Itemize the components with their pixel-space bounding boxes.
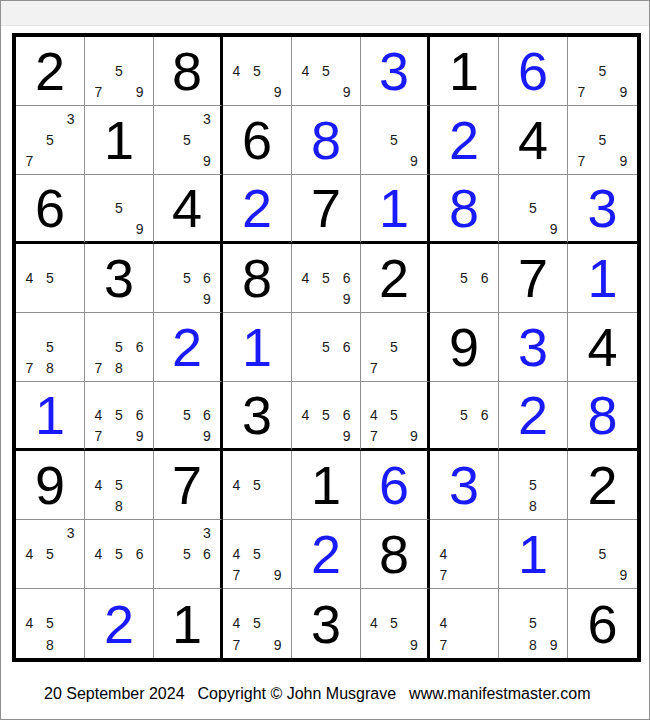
candidate-empty-slot: [109, 565, 130, 586]
solved-digit: 2: [242, 181, 272, 235]
cell-r2c9[interactable]: 579: [568, 106, 637, 175]
candidate-digit-5: 5: [40, 336, 61, 357]
candidate-digit-9: 9: [613, 565, 634, 586]
candidate-empty-slot: [177, 425, 197, 446]
candidate-digit-3: 3: [197, 108, 217, 129]
cell-r3c6[interactable]: 1: [361, 175, 430, 244]
candidate-digit-9: 9: [543, 634, 564, 656]
solved-digit: 1: [242, 320, 272, 374]
cell-r9c2[interactable]: 2: [85, 589, 154, 658]
candidate-empty-slot: [295, 336, 316, 357]
candidate-empty-slot: [19, 246, 40, 267]
candidate-empty-slot: [592, 39, 613, 60]
candidate-digit-9: 9: [404, 151, 424, 172]
candidate-digit-5: 5: [40, 543, 61, 564]
solved-digit: 3: [449, 458, 479, 512]
candidate-empty-slot: [109, 218, 130, 239]
cell-r1c1[interactable]: 2: [16, 37, 85, 106]
candidates: 59: [361, 106, 427, 174]
candidate-empty-slot: [454, 289, 475, 310]
candidate-empty-slot: [543, 591, 564, 613]
cell-r1c6[interactable]: 3: [361, 37, 430, 106]
candidate-empty-slot: [247, 634, 268, 656]
candidate-empty-slot: [474, 591, 495, 613]
candidate-digit-5: 5: [454, 267, 475, 288]
candidate-empty-slot: [40, 108, 61, 129]
candidate-empty-slot: [384, 358, 404, 379]
candidate-empty-slot: [60, 267, 81, 288]
candidate-digit-4: 4: [88, 474, 109, 495]
candidate-empty-slot: [88, 453, 109, 474]
candidate-digit-5: 5: [384, 405, 404, 426]
candidates: 56: [292, 313, 360, 381]
candidate-empty-slot: [571, 565, 592, 586]
cell-r6c2[interactable]: 45679: [85, 382, 154, 451]
cell-r9c9[interactable]: 6: [568, 589, 637, 658]
cell-r4c9[interactable]: 1: [568, 244, 637, 313]
cell-r6c8[interactable]: 2: [499, 382, 568, 451]
solved-digit: 1: [518, 527, 548, 581]
cell-r8c2[interactable]: 456: [85, 520, 154, 589]
cell-r5c1[interactable]: 578: [16, 313, 85, 382]
candidate-empty-slot: [364, 151, 384, 172]
candidate-digit-7: 7: [88, 82, 109, 103]
candidate-digit-7: 7: [571, 151, 592, 172]
candidate-empty-slot: [60, 129, 81, 150]
candidate-digit-9: 9: [336, 289, 357, 310]
cell-r5c9[interactable]: 4: [568, 313, 637, 382]
given-digit: 8: [242, 251, 272, 305]
candidate-empty-slot: [433, 405, 454, 426]
candidate-digit-5: 5: [523, 613, 544, 635]
candidate-digit-7: 7: [571, 82, 592, 103]
candidate-digit-5: 5: [109, 60, 130, 81]
candidate-empty-slot: [88, 60, 109, 81]
candidate-empty-slot: [502, 177, 523, 198]
candidate-empty-slot: [474, 634, 495, 656]
cell-r4c6[interactable]: 2: [361, 244, 430, 313]
candidate-empty-slot: [336, 358, 357, 379]
candidate-empty-slot: [226, 522, 247, 543]
cell-r7c5[interactable]: 1: [292, 451, 361, 520]
candidate-empty-slot: [19, 129, 40, 150]
candidate-digit-9: 9: [613, 151, 634, 172]
solved-digit: 1: [587, 251, 617, 305]
candidate-empty-slot: [364, 315, 384, 336]
candidate-empty-slot: [543, 496, 564, 517]
candidate-empty-slot: [404, 129, 424, 150]
given-digit: 1: [104, 113, 134, 167]
candidate-digit-6: 6: [129, 336, 150, 357]
candidate-digit-9: 9: [543, 218, 564, 239]
candidate-empty-slot: [19, 336, 40, 357]
candidate-empty-slot: [247, 522, 268, 543]
cell-r9c5[interactable]: 3: [292, 589, 361, 658]
candidate-digit-4: 4: [88, 543, 109, 564]
candidate-digit-6: 6: [129, 405, 150, 426]
candidate-empty-slot: [157, 425, 177, 446]
solved-digit: 1: [379, 181, 409, 235]
candidate-empty-slot: [129, 60, 150, 81]
cell-r1c5[interactable]: 459: [292, 37, 361, 106]
candidates: 356: [154, 520, 220, 588]
cell-r5c3[interactable]: 2: [154, 313, 223, 382]
cell-r2c4[interactable]: 6: [223, 106, 292, 175]
candidate-empty-slot: [267, 543, 288, 564]
candidate-digit-7: 7: [226, 634, 247, 656]
candidate-digit-5: 5: [523, 198, 544, 219]
candidate-digit-8: 8: [40, 358, 61, 379]
candidate-empty-slot: [571, 60, 592, 81]
candidate-digit-9: 9: [197, 151, 217, 172]
candidate-empty-slot: [543, 613, 564, 635]
cell-r8c4[interactable]: 4579: [223, 520, 292, 589]
candidates: 456: [85, 520, 153, 588]
candidates: 579: [568, 106, 637, 174]
candidate-empty-slot: [523, 591, 544, 613]
header-bar: [1, 1, 649, 26]
cell-r2c7[interactable]: 2: [430, 106, 499, 175]
candidate-digit-5: 5: [109, 405, 130, 426]
candidate-digit-5: 5: [177, 267, 197, 288]
candidate-empty-slot: [129, 565, 150, 586]
candidate-empty-slot: [523, 177, 544, 198]
cell-r3c1[interactable]: 6: [16, 175, 85, 244]
cell-r7c3[interactable]: 7: [154, 451, 223, 520]
cell-r6c5[interactable]: 4569: [292, 382, 361, 451]
candidate-empty-slot: [474, 613, 495, 635]
candidate-digit-4: 4: [226, 543, 247, 564]
cell-r7c6[interactable]: 6: [361, 451, 430, 520]
candidate-digit-4: 4: [295, 267, 316, 288]
candidate-empty-slot: [60, 315, 81, 336]
cell-r4c5[interactable]: 4569: [292, 244, 361, 313]
candidate-empty-slot: [336, 315, 357, 336]
given-digit: 2: [35, 44, 65, 98]
candidate-empty-slot: [523, 453, 544, 474]
candidate-empty-slot: [60, 336, 81, 357]
cell-r8c9[interactable]: 59: [568, 520, 637, 589]
candidate-digit-5: 5: [247, 60, 268, 81]
given-digit: 6: [242, 113, 272, 167]
candidate-empty-slot: [613, 108, 634, 129]
candidate-empty-slot: [226, 82, 247, 103]
candidates: 4569: [292, 244, 360, 312]
candidate-empty-slot: [502, 218, 523, 239]
cell-r5c2[interactable]: 5678: [85, 313, 154, 382]
cell-r3c2[interactable]: 59: [85, 175, 154, 244]
given-digit: 9: [449, 320, 479, 374]
solved-digit: 8: [311, 113, 341, 167]
candidate-empty-slot: [40, 315, 61, 336]
cell-r8c7[interactable]: 47: [430, 520, 499, 589]
cell-r4c4[interactable]: 8: [223, 244, 292, 313]
cell-r4c7[interactable]: 56: [430, 244, 499, 313]
cell-r9c7[interactable]: 47: [430, 589, 499, 658]
candidate-empty-slot: [267, 522, 288, 543]
candidates: 579: [85, 37, 153, 105]
candidate-empty-slot: [433, 522, 454, 543]
candidate-empty-slot: [177, 151, 197, 172]
candidates: 4579: [223, 520, 291, 588]
cell-r8c3[interactable]: 356: [154, 520, 223, 589]
candidate-empty-slot: [364, 591, 384, 613]
cell-r7c8[interactable]: 58: [499, 451, 568, 520]
candidate-empty-slot: [88, 177, 109, 198]
candidate-digit-4: 4: [19, 267, 40, 288]
solved-digit: 2: [449, 113, 479, 167]
given-digit: 9: [35, 458, 65, 512]
candidate-empty-slot: [40, 522, 61, 543]
cell-r9c8[interactable]: 589: [499, 589, 568, 658]
candidate-digit-4: 4: [295, 60, 316, 81]
candidate-empty-slot: [88, 384, 109, 405]
candidate-empty-slot: [40, 246, 61, 267]
cell-r1c8[interactable]: 6: [499, 37, 568, 106]
candidates: 58: [499, 451, 567, 519]
cell-r3c3[interactable]: 4: [154, 175, 223, 244]
cell-r1c2[interactable]: 579: [85, 37, 154, 106]
given-digit: 3: [311, 597, 341, 651]
cell-r8c1[interactable]: 345: [16, 520, 85, 589]
cell-r2c8[interactable]: 4: [499, 106, 568, 175]
candidate-digit-5: 5: [40, 267, 61, 288]
solved-digit: 3: [379, 44, 409, 98]
candidate-empty-slot: [88, 336, 109, 357]
candidate-empty-slot: [88, 522, 109, 543]
candidate-empty-slot: [157, 289, 177, 310]
candidate-empty-slot: [295, 246, 316, 267]
candidate-empty-slot: [404, 591, 424, 613]
candidate-empty-slot: [433, 267, 454, 288]
candidate-empty-slot: [88, 565, 109, 586]
solved-digit: 8: [587, 388, 617, 442]
candidates: 57: [361, 313, 427, 381]
candidate-empty-slot: [295, 315, 316, 336]
solved-digit: 2: [104, 597, 134, 651]
candidate-empty-slot: [295, 82, 316, 103]
candidate-digit-4: 4: [88, 405, 109, 426]
cell-r1c9[interactable]: 579: [568, 37, 637, 106]
cell-r1c4[interactable]: 459: [223, 37, 292, 106]
footer-website[interactable]: www.manifestmaster.com: [409, 685, 590, 703]
candidate-digit-6: 6: [474, 405, 495, 426]
candidate-empty-slot: [247, 591, 268, 613]
cell-r2c2[interactable]: 1: [85, 106, 154, 175]
cell-r6c9[interactable]: 8: [568, 382, 637, 451]
cell-r5c5[interactable]: 56: [292, 313, 361, 382]
candidate-empty-slot: [364, 634, 384, 656]
candidate-empty-slot: [474, 565, 495, 586]
candidates: 4579: [223, 589, 291, 658]
cell-r5c6[interactable]: 57: [361, 313, 430, 382]
cell-r7c7[interactable]: 3: [430, 451, 499, 520]
cell-r2c6[interactable]: 59: [361, 106, 430, 175]
candidate-digit-7: 7: [433, 634, 454, 656]
candidate-empty-slot: [197, 384, 217, 405]
candidate-empty-slot: [157, 108, 177, 129]
cell-r2c1[interactable]: 357: [16, 106, 85, 175]
cell-r5c7[interactable]: 9: [430, 313, 499, 382]
cell-r3c7[interactable]: 8: [430, 175, 499, 244]
cell-r9c1[interactable]: 458: [16, 589, 85, 658]
candidate-empty-slot: [404, 358, 424, 379]
candidate-digit-6: 6: [197, 543, 217, 564]
candidate-empty-slot: [364, 129, 384, 150]
candidate-digit-4: 4: [364, 405, 384, 426]
candidate-empty-slot: [177, 565, 197, 586]
candidate-empty-slot: [109, 39, 130, 60]
candidates: 569: [154, 382, 220, 448]
cell-r6c3[interactable]: 569: [154, 382, 223, 451]
solved-digit: 3: [518, 320, 548, 374]
candidate-empty-slot: [60, 591, 81, 613]
candidates: 459: [292, 37, 360, 105]
candidate-empty-slot: [129, 522, 150, 543]
candidate-empty-slot: [226, 496, 247, 517]
candidate-empty-slot: [177, 246, 197, 267]
candidate-empty-slot: [404, 405, 424, 426]
page: 2579845945931657935713596859245796594271…: [0, 0, 650, 720]
cell-r6c4[interactable]: 3: [223, 382, 292, 451]
cell-r3c9[interactable]: 3: [568, 175, 637, 244]
candidates: 5678: [85, 313, 153, 381]
candidates: 4579: [361, 382, 427, 448]
candidate-empty-slot: [129, 198, 150, 219]
candidate-empty-slot: [226, 453, 247, 474]
cell-r6c6[interactable]: 4579: [361, 382, 430, 451]
candidate-empty-slot: [60, 358, 81, 379]
candidate-empty-slot: [613, 60, 634, 81]
footer-date: 20 September 2024: [44, 685, 185, 703]
candidate-empty-slot: [454, 543, 475, 564]
candidate-digit-4: 4: [433, 543, 454, 564]
candidate-empty-slot: [384, 384, 404, 405]
candidate-empty-slot: [247, 565, 268, 586]
cell-r8c8[interactable]: 1: [499, 520, 568, 589]
cell-r3c8[interactable]: 59: [499, 175, 568, 244]
cell-r8c6[interactable]: 8: [361, 520, 430, 589]
candidate-digit-4: 4: [433, 613, 454, 635]
given-digit: 1: [172, 597, 202, 651]
candidate-empty-slot: [197, 129, 217, 150]
cell-r4c3[interactable]: 569: [154, 244, 223, 313]
candidate-empty-slot: [129, 384, 150, 405]
cell-r9c3[interactable]: 1: [154, 589, 223, 658]
candidate-digit-5: 5: [40, 613, 61, 635]
cell-r1c7[interactable]: 1: [430, 37, 499, 106]
cell-r2c5[interactable]: 8: [292, 106, 361, 175]
candidate-digit-5: 5: [384, 336, 404, 357]
candidate-digit-6: 6: [336, 405, 357, 426]
candidate-digit-7: 7: [364, 425, 384, 446]
candidate-empty-slot: [247, 496, 268, 517]
candidate-empty-slot: [157, 129, 177, 150]
candidate-empty-slot: [40, 591, 61, 613]
solved-digit: 2: [311, 527, 341, 581]
cell-r1c3[interactable]: 8: [154, 37, 223, 106]
candidate-empty-slot: [433, 591, 454, 613]
candidate-empty-slot: [454, 522, 475, 543]
candidates: 359: [154, 106, 220, 174]
cell-r5c8[interactable]: 3: [499, 313, 568, 382]
candidate-empty-slot: [404, 315, 424, 336]
candidate-empty-slot: [197, 246, 217, 267]
cell-r4c1[interactable]: 45: [16, 244, 85, 313]
given-digit: 8: [379, 527, 409, 581]
candidate-empty-slot: [267, 496, 288, 517]
candidate-digit-7: 7: [19, 151, 40, 172]
cell-r4c2[interactable]: 3: [85, 244, 154, 313]
candidate-digit-9: 9: [197, 289, 217, 310]
candidate-digit-5: 5: [592, 543, 613, 564]
candidate-empty-slot: [502, 198, 523, 219]
candidate-empty-slot: [157, 151, 177, 172]
candidate-digit-8: 8: [109, 358, 130, 379]
candidate-empty-slot: [19, 634, 40, 656]
cell-r7c9[interactable]: 2: [568, 451, 637, 520]
candidate-empty-slot: [364, 384, 384, 405]
candidate-empty-slot: [571, 522, 592, 543]
candidate-digit-5: 5: [247, 543, 268, 564]
candidate-empty-slot: [543, 198, 564, 219]
cell-r8c5[interactable]: 2: [292, 520, 361, 589]
candidate-empty-slot: [384, 315, 404, 336]
candidate-digit-5: 5: [454, 405, 475, 426]
candidate-empty-slot: [88, 39, 109, 60]
candidate-digit-3: 3: [197, 522, 217, 543]
candidates: 589: [499, 589, 567, 658]
candidate-digit-5: 5: [316, 60, 337, 81]
candidate-digit-9: 9: [129, 425, 150, 446]
candidate-digit-8: 8: [109, 496, 130, 517]
candidate-empty-slot: [316, 425, 337, 446]
candidate-empty-slot: [88, 315, 109, 336]
candidates: 458: [16, 589, 84, 658]
cell-r7c1[interactable]: 9: [16, 451, 85, 520]
given-digit: 7: [311, 181, 341, 235]
candidate-digit-4: 4: [226, 613, 247, 635]
cell-r3c4[interactable]: 2: [223, 175, 292, 244]
candidate-empty-slot: [523, 218, 544, 239]
candidate-digit-6: 6: [197, 267, 217, 288]
cell-r6c1[interactable]: 1: [16, 382, 85, 451]
candidate-empty-slot: [454, 425, 475, 446]
candidate-empty-slot: [157, 384, 177, 405]
candidate-empty-slot: [433, 425, 454, 446]
candidate-empty-slot: [267, 60, 288, 81]
given-digit: 1: [449, 44, 479, 98]
candidate-digit-9: 9: [197, 425, 217, 446]
candidates: 4569: [292, 382, 360, 448]
cell-r7c4[interactable]: 45: [223, 451, 292, 520]
cell-r4c8[interactable]: 7: [499, 244, 568, 313]
candidate-digit-9: 9: [336, 82, 357, 103]
cell-r9c6[interactable]: 459: [361, 589, 430, 658]
cell-r5c4[interactable]: 1: [223, 313, 292, 382]
candidate-digit-5: 5: [384, 129, 404, 150]
cell-r9c4[interactable]: 4579: [223, 589, 292, 658]
candidate-empty-slot: [433, 384, 454, 405]
cell-r3c5[interactable]: 7: [292, 175, 361, 244]
candidate-digit-6: 6: [474, 267, 495, 288]
cell-r6c7[interactable]: 56: [430, 382, 499, 451]
candidate-empty-slot: [295, 289, 316, 310]
candidate-digit-7: 7: [88, 425, 109, 446]
cell-r2c3[interactable]: 359: [154, 106, 223, 175]
cell-r7c2[interactable]: 458: [85, 451, 154, 520]
candidate-empty-slot: [267, 474, 288, 495]
